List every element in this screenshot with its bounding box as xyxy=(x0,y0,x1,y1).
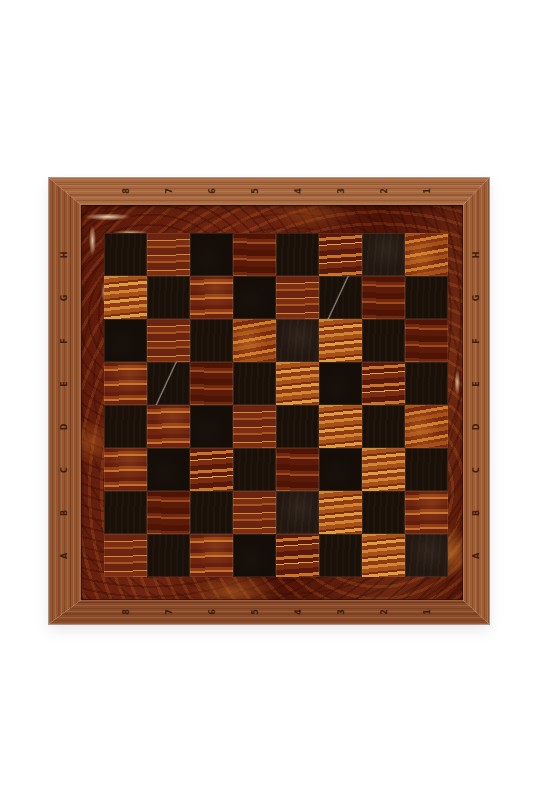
square-c4[interactable] xyxy=(276,448,319,491)
square-e6[interactable] xyxy=(190,362,233,405)
square-g8[interactable] xyxy=(104,276,147,319)
square-f4[interactable] xyxy=(276,319,319,362)
square-c2[interactable] xyxy=(362,448,405,491)
square-g2[interactable] xyxy=(362,276,405,319)
checkerboard-grid xyxy=(104,233,448,577)
square-g4[interactable] xyxy=(276,276,319,319)
square-a8[interactable] xyxy=(104,534,147,577)
square-e3[interactable] xyxy=(319,362,362,405)
square-e8[interactable] xyxy=(104,362,147,405)
square-f2[interactable] xyxy=(362,319,405,362)
square-f7[interactable] xyxy=(147,319,190,362)
square-a4[interactable] xyxy=(276,534,319,577)
square-b4[interactable] xyxy=(276,491,319,534)
square-c8[interactable] xyxy=(104,448,147,491)
square-e7[interactable] xyxy=(147,362,190,405)
square-g3[interactable] xyxy=(319,276,362,319)
square-c1[interactable] xyxy=(405,448,448,491)
chess-board: 88HH77GG66FF55EE44DD33CC22BB11AA xyxy=(49,178,489,624)
square-g7[interactable] xyxy=(147,276,190,319)
square-g5[interactable] xyxy=(233,276,276,319)
square-g1[interactable] xyxy=(405,276,448,319)
square-e4[interactable] xyxy=(276,362,319,405)
square-a6[interactable] xyxy=(190,534,233,577)
square-h1[interactable] xyxy=(405,233,448,276)
square-d2[interactable] xyxy=(362,405,405,448)
photo-background: 88HH77GG66FF55EE44DD33CC22BB11AA xyxy=(0,0,533,800)
square-d7[interactable] xyxy=(147,405,190,448)
square-h8[interactable] xyxy=(104,233,147,276)
square-b5[interactable] xyxy=(233,491,276,534)
square-b1[interactable] xyxy=(405,491,448,534)
square-a5[interactable] xyxy=(233,534,276,577)
square-d3[interactable] xyxy=(319,405,362,448)
square-c5[interactable] xyxy=(233,448,276,491)
square-g6[interactable] xyxy=(190,276,233,319)
square-f3[interactable] xyxy=(319,319,362,362)
square-b2[interactable] xyxy=(362,491,405,534)
square-d5[interactable] xyxy=(233,405,276,448)
square-c6[interactable] xyxy=(190,448,233,491)
square-h5[interactable] xyxy=(233,233,276,276)
square-f8[interactable] xyxy=(104,319,147,362)
square-a1[interactable] xyxy=(405,534,448,577)
square-e1[interactable] xyxy=(405,362,448,405)
square-h7[interactable] xyxy=(147,233,190,276)
square-h4[interactable] xyxy=(276,233,319,276)
square-d4[interactable] xyxy=(276,405,319,448)
square-d1[interactable] xyxy=(405,405,448,448)
square-a3[interactable] xyxy=(319,534,362,577)
square-f5[interactable] xyxy=(233,319,276,362)
square-e2[interactable] xyxy=(362,362,405,405)
square-b6[interactable] xyxy=(190,491,233,534)
square-b3[interactable] xyxy=(319,491,362,534)
square-f6[interactable] xyxy=(190,319,233,362)
square-h6[interactable] xyxy=(190,233,233,276)
square-f1[interactable] xyxy=(405,319,448,362)
square-b7[interactable] xyxy=(147,491,190,534)
square-d8[interactable] xyxy=(104,405,147,448)
square-e5[interactable] xyxy=(233,362,276,405)
square-c7[interactable] xyxy=(147,448,190,491)
square-a7[interactable] xyxy=(147,534,190,577)
square-c3[interactable] xyxy=(319,448,362,491)
square-h2[interactable] xyxy=(362,233,405,276)
square-d6[interactable] xyxy=(190,405,233,448)
square-h3[interactable] xyxy=(319,233,362,276)
square-a2[interactable] xyxy=(362,534,405,577)
square-b8[interactable] xyxy=(104,491,147,534)
